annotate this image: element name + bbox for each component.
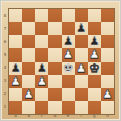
black-pawn-e6[interactable]: ♟ xyxy=(63,35,74,48)
square-a2[interactable] xyxy=(9,88,22,101)
square-h7[interactable] xyxy=(101,22,114,35)
square-c8[interactable] xyxy=(35,9,48,22)
square-g4[interactable]: ♚ xyxy=(88,62,101,75)
square-g5[interactable]: ♟ xyxy=(88,48,101,61)
square-a7[interactable] xyxy=(9,22,22,35)
rank-label-8: 8 xyxy=(1,9,9,22)
square-c4[interactable]: ♟ xyxy=(35,62,48,75)
square-f2[interactable] xyxy=(75,88,88,101)
square-f3[interactable] xyxy=(75,75,88,88)
black-pawn-a4[interactable]: ♟ xyxy=(10,62,21,75)
square-a4[interactable]: ♟ xyxy=(9,62,22,75)
white-pawn-b2[interactable]: ♟ xyxy=(23,88,34,101)
square-a8[interactable] xyxy=(9,9,22,22)
square-e7[interactable] xyxy=(62,22,75,35)
rank-labels: 87654321 xyxy=(1,9,9,114)
square-h6[interactable] xyxy=(101,35,114,48)
square-b5[interactable] xyxy=(22,48,35,61)
square-d4[interactable] xyxy=(48,62,61,75)
square-b3[interactable] xyxy=(22,75,35,88)
square-f7[interactable]: ♟ xyxy=(75,22,88,35)
white-pawn-f4[interactable]: ♟ xyxy=(76,62,87,75)
square-d6[interactable] xyxy=(48,35,61,48)
square-h5[interactable] xyxy=(101,48,114,61)
square-b2[interactable]: ♟ xyxy=(22,88,35,101)
square-e5[interactable]: ♟ xyxy=(62,48,75,61)
square-f6[interactable] xyxy=(75,35,88,48)
square-f5[interactable] xyxy=(75,48,88,61)
square-a1[interactable] xyxy=(9,101,22,114)
square-h4[interactable] xyxy=(101,62,114,75)
rank-label-2: 2 xyxy=(1,88,9,101)
white-pawn-e5[interactable]: ♟ xyxy=(63,48,74,61)
black-pawn-c4[interactable]: ♟ xyxy=(36,62,47,75)
square-g7[interactable] xyxy=(88,22,101,35)
rank-label-5: 5 xyxy=(1,48,9,61)
square-d3[interactable] xyxy=(48,75,61,88)
square-g2[interactable] xyxy=(88,88,101,101)
square-a3[interactable]: ♟ xyxy=(9,75,22,88)
rank-label-4: 4 xyxy=(1,62,9,75)
white-king-g4[interactable]: ♚ xyxy=(89,62,100,75)
square-e6[interactable]: ♟ xyxy=(62,35,75,48)
square-d8[interactable] xyxy=(48,9,61,22)
rank-label-7: 7 xyxy=(1,22,9,35)
square-e8[interactable] xyxy=(62,9,75,22)
square-c2[interactable] xyxy=(35,88,48,101)
square-c7[interactable] xyxy=(35,22,48,35)
square-d7[interactable] xyxy=(48,22,61,35)
square-b1[interactable] xyxy=(22,101,35,114)
square-h2[interactable]: ♟ xyxy=(101,88,114,101)
square-d2[interactable] xyxy=(48,88,61,101)
white-pawn-c3[interactable]: ♟ xyxy=(36,75,47,88)
square-c3[interactable]: ♟ xyxy=(35,75,48,88)
square-b6[interactable] xyxy=(22,35,35,48)
square-g6[interactable]: ♟ xyxy=(88,35,101,48)
square-h8[interactable] xyxy=(101,9,114,22)
white-pawn-a3[interactable]: ♟ xyxy=(10,75,21,88)
square-c5[interactable] xyxy=(35,48,48,61)
square-f1[interactable] xyxy=(75,101,88,114)
square-e2[interactable] xyxy=(62,88,75,101)
square-f4[interactable]: ♟ xyxy=(75,62,88,75)
square-c1[interactable] xyxy=(35,101,48,114)
rank-label-6: 6 xyxy=(1,35,9,48)
square-e1[interactable] xyxy=(62,101,75,114)
square-e4[interactable]: ♚ xyxy=(62,62,75,75)
white-pawn-h2[interactable]: ♟ xyxy=(102,88,113,101)
square-d1[interactable] xyxy=(48,101,61,114)
chess-board: ♟♟♟♟♟♟♟♚♟♚♟♟♟♟ xyxy=(9,9,114,114)
rank-label-3: 3 xyxy=(1,75,9,88)
square-f8[interactable] xyxy=(75,9,88,22)
square-b8[interactable] xyxy=(22,9,35,22)
square-g1[interactable] xyxy=(88,101,101,114)
square-g8[interactable] xyxy=(88,9,101,22)
rank-label-1: 1 xyxy=(1,101,9,114)
square-c6[interactable] xyxy=(35,35,48,48)
black-king-e4[interactable]: ♚ xyxy=(63,62,74,75)
square-b4[interactable] xyxy=(22,62,35,75)
white-pawn-g5[interactable]: ♟ xyxy=(89,48,100,61)
black-pawn-g6[interactable]: ♟ xyxy=(89,35,100,48)
square-g3[interactable] xyxy=(88,75,101,88)
square-d5[interactable] xyxy=(48,48,61,61)
black-pawn-f7[interactable]: ♟ xyxy=(76,22,87,35)
square-h3[interactable] xyxy=(101,75,114,88)
square-a6[interactable] xyxy=(9,35,22,48)
square-e3[interactable] xyxy=(62,75,75,88)
square-b7[interactable] xyxy=(22,22,35,35)
chess-board-frame: 87654321 abcdefgh ♟♟♟♟♟♟♟♚♟♚♟♟♟♟ xyxy=(0,0,121,121)
square-a5[interactable] xyxy=(9,48,22,61)
square-h1[interactable] xyxy=(101,101,114,114)
